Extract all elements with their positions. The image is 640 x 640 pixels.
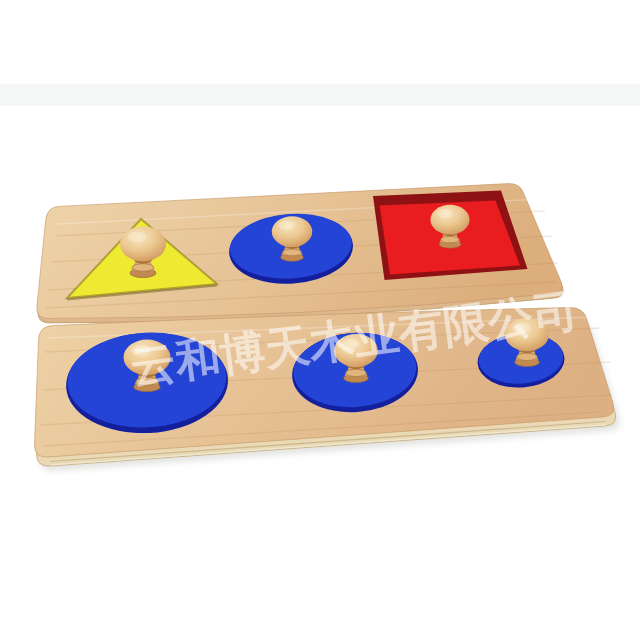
product-photo: 云和博天木业有限公司 [0,0,640,640]
backdrop-seam [0,84,640,106]
product-photo-canvas: 云和博天木业有限公司 [0,0,640,640]
